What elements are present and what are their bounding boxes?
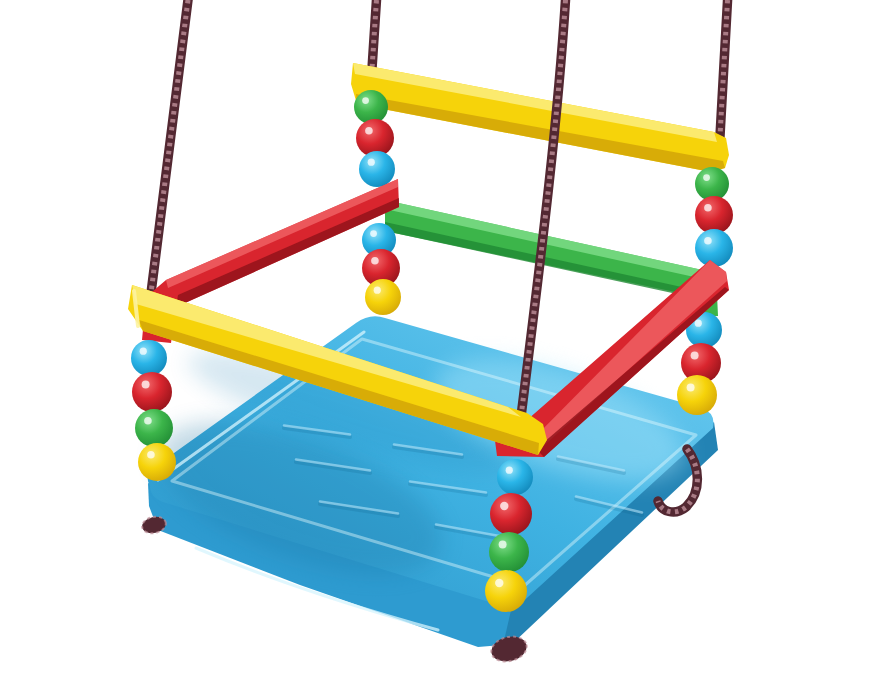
bead-stack-back-right-upper — [695, 167, 733, 267]
blue-bead — [359, 151, 395, 187]
green-bead — [354, 90, 388, 124]
yellow-bead-highlight — [495, 579, 503, 587]
swing-scene — [0, 0, 877, 677]
red-bead-highlight — [691, 351, 699, 359]
blue-bead-highlight — [695, 320, 702, 327]
blue-bead-highlight — [704, 237, 712, 245]
yellow-bead-highlight — [687, 383, 695, 391]
red-bead — [490, 493, 532, 535]
green-bead-highlight — [362, 97, 369, 104]
red-bead — [695, 196, 733, 234]
yellow-bead — [485, 570, 527, 612]
green-bead-highlight — [703, 174, 710, 181]
red-bead-highlight — [500, 502, 508, 510]
red-bead-highlight — [142, 380, 150, 388]
red-bead-highlight — [365, 127, 373, 135]
blue-bead — [131, 340, 167, 376]
blue-bead — [497, 459, 533, 495]
yellow-bead-highlight — [147, 451, 155, 459]
yellow-bead — [365, 279, 401, 315]
blue-bead-highlight — [368, 159, 375, 166]
bead-stack-back-left-lower — [362, 223, 401, 315]
blue-bead-highlight — [140, 348, 147, 355]
yellow-bead — [138, 443, 176, 481]
blue-bead — [695, 229, 733, 267]
green-bead — [135, 409, 173, 447]
blue-bead-highlight — [506, 467, 513, 474]
red-bead-highlight — [704, 204, 712, 212]
green-bead — [695, 167, 729, 201]
green-bead-highlight — [499, 540, 507, 548]
yellow-bead-highlight — [374, 287, 381, 294]
swing-product-photo — [0, 0, 877, 677]
red-bead-highlight — [371, 257, 379, 265]
green-bead-highlight — [144, 417, 152, 425]
red-bead — [132, 372, 172, 412]
yellow-bead — [677, 375, 717, 415]
green-bead — [489, 532, 529, 572]
blue-bead-highlight — [370, 230, 377, 237]
